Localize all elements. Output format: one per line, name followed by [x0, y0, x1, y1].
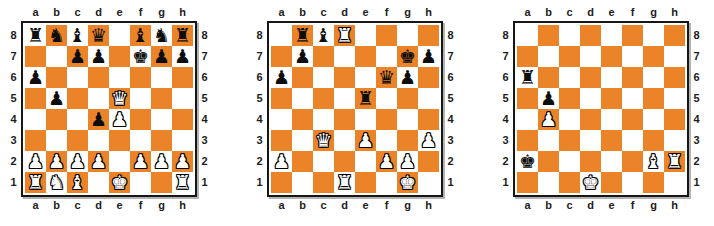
square-d4	[334, 109, 355, 130]
square-a8	[271, 25, 292, 46]
square-f6	[622, 67, 643, 88]
square-d8	[580, 25, 601, 46]
file-labels-top-diagram-3: abcdefgh	[517, 4, 685, 21]
black-pawn-a6: ♟	[273, 67, 290, 88]
file-label-e: e	[355, 200, 376, 211]
rank-labels-left-diagram-1: 87654321	[6, 25, 21, 193]
square-f8: ♝	[130, 25, 151, 46]
white-pawn-f2: ♟	[132, 151, 149, 172]
rank-label-4: 4	[689, 109, 704, 130]
white-queen-e5: ♛	[111, 88, 128, 109]
file-label-f: f	[622, 7, 643, 18]
square-a6: ♜	[517, 67, 538, 88]
square-d5	[88, 88, 109, 109]
file-labels-bottom-diagram-3: abcdefgh	[517, 197, 685, 214]
rank-label-6: 6	[498, 67, 513, 88]
square-c3	[559, 130, 580, 151]
square-g6	[643, 67, 664, 88]
file-label-e: e	[109, 7, 130, 18]
black-queen-d8: ♛	[90, 25, 107, 46]
square-a6: ♟	[25, 67, 46, 88]
white-queen-c3: ♛	[315, 130, 332, 151]
rank-labels-left-diagram-3: 87654321	[498, 25, 513, 193]
rank-label-1: 1	[197, 172, 212, 193]
square-d5	[334, 88, 355, 109]
square-h7: ♟	[172, 46, 193, 67]
square-c5	[559, 88, 580, 109]
rank-label-7: 7	[6, 46, 21, 67]
rank-label-2: 2	[252, 151, 267, 172]
square-d2	[580, 151, 601, 172]
square-c5	[313, 88, 334, 109]
file-label-d: d	[334, 200, 355, 211]
square-f6	[130, 67, 151, 88]
square-h8: ♜	[172, 25, 193, 46]
square-h1	[664, 172, 685, 193]
square-g5	[151, 88, 172, 109]
rank-label-5: 5	[252, 88, 267, 109]
rank-label-7: 7	[197, 46, 212, 67]
square-h8	[418, 25, 439, 46]
square-f8	[376, 25, 397, 46]
square-e6	[355, 67, 376, 88]
square-f3	[376, 130, 397, 151]
square-h6	[172, 67, 193, 88]
square-c2: ♟	[67, 151, 88, 172]
white-king-e1: ♚	[111, 172, 128, 193]
square-c4	[559, 109, 580, 130]
square-a7	[271, 46, 292, 67]
black-pawn-c7: ♟	[69, 46, 86, 67]
square-b3	[292, 130, 313, 151]
black-pawn-a6: ♟	[27, 67, 44, 88]
square-e8	[601, 25, 622, 46]
square-f3	[130, 130, 151, 151]
square-h3: ♟	[418, 130, 439, 151]
white-bishop-c1: ♝	[69, 172, 86, 193]
white-pawn-h2: ♟	[174, 151, 191, 172]
square-e7	[109, 46, 130, 67]
file-label-b: b	[538, 7, 559, 18]
black-bishop-f8: ♝	[132, 25, 149, 46]
file-label-f: f	[130, 200, 151, 211]
file-label-g: g	[643, 7, 664, 18]
square-e5: ♛	[109, 88, 130, 109]
square-b3	[46, 130, 67, 151]
file-label-d: d	[88, 200, 109, 211]
diagram-3: abcdefgh87654321♜♟♟♚♝♜♚87654321abcdefgh	[498, 4, 704, 214]
file-label-a: a	[517, 200, 538, 211]
square-b4: ♟	[538, 109, 559, 130]
square-e5: ♜	[355, 88, 376, 109]
black-king-a2: ♚	[519, 151, 536, 172]
square-h7	[664, 46, 685, 67]
square-a5	[517, 88, 538, 109]
rank-label-2: 2	[197, 151, 212, 172]
square-d1: ♚	[580, 172, 601, 193]
black-king-g7: ♚	[399, 46, 416, 67]
file-label-g: g	[397, 200, 418, 211]
rank-label-6: 6	[689, 67, 704, 88]
square-d3	[88, 130, 109, 151]
rank-label-5: 5	[443, 88, 458, 109]
white-rook-h1: ♜	[174, 172, 191, 193]
square-b1	[538, 172, 559, 193]
square-d3	[334, 130, 355, 151]
rank-label-5: 5	[689, 88, 704, 109]
black-pawn-h7: ♟	[420, 46, 437, 67]
chessboard-diagram-3: ♜♟♟♚♝♜♚	[513, 21, 689, 197]
square-f5	[622, 88, 643, 109]
square-g8: ♞	[151, 25, 172, 46]
white-bishop-g2: ♝	[645, 151, 662, 172]
rank-label-3: 3	[443, 130, 458, 151]
rank-label-8: 8	[6, 25, 21, 46]
white-pawn-e3: ♟	[357, 130, 374, 151]
file-label-c: c	[313, 200, 334, 211]
square-f2: ♟	[130, 151, 151, 172]
file-label-f: f	[376, 7, 397, 18]
rank-label-3: 3	[6, 130, 21, 151]
file-label-c: c	[559, 200, 580, 211]
white-pawn-g2: ♟	[153, 151, 170, 172]
square-f1	[622, 172, 643, 193]
rank-label-8: 8	[443, 25, 458, 46]
square-g4	[643, 109, 664, 130]
file-labels-bottom-diagram-1: abcdefgh	[25, 197, 193, 214]
file-label-g: g	[151, 200, 172, 211]
square-a2: ♟	[25, 151, 46, 172]
square-c7	[313, 46, 334, 67]
black-queen-f6: ♛	[378, 67, 395, 88]
rank-label-1: 1	[6, 172, 21, 193]
rank-label-4: 4	[6, 109, 21, 130]
square-e4	[601, 109, 622, 130]
square-h8	[664, 25, 685, 46]
square-b2: ♟	[46, 151, 67, 172]
square-f7	[622, 46, 643, 67]
square-g1: ♚	[397, 172, 418, 193]
black-king-f7: ♚	[132, 46, 149, 67]
square-b1	[292, 172, 313, 193]
rank-label-5: 5	[6, 88, 21, 109]
black-rook-a8: ♜	[27, 25, 44, 46]
square-h4	[172, 109, 193, 130]
black-knight-g8: ♞	[153, 25, 170, 46]
square-d6	[88, 67, 109, 88]
square-f4	[130, 109, 151, 130]
square-a7	[517, 46, 538, 67]
white-pawn-d2: ♟	[90, 151, 107, 172]
black-bishop-c8: ♝	[69, 25, 86, 46]
square-e3: ♟	[355, 130, 376, 151]
white-rook-h2: ♜	[666, 151, 683, 172]
square-c4	[67, 109, 88, 130]
square-e2	[109, 151, 130, 172]
square-a6: ♟	[271, 67, 292, 88]
square-g7	[643, 46, 664, 67]
square-f6: ♛	[376, 67, 397, 88]
black-rook-h8: ♜	[174, 25, 191, 46]
square-a2: ♚	[517, 151, 538, 172]
square-h4	[664, 109, 685, 130]
file-label-f: f	[622, 200, 643, 211]
rank-label-4: 4	[252, 109, 267, 130]
rank-label-6: 6	[197, 67, 212, 88]
square-g8	[643, 25, 664, 46]
square-d2: ♟	[88, 151, 109, 172]
rank-label-1: 1	[498, 172, 513, 193]
file-label-a: a	[271, 7, 292, 18]
black-rook-b8: ♜	[294, 25, 311, 46]
rank-label-7: 7	[498, 46, 513, 67]
black-pawn-h7: ♟	[174, 46, 191, 67]
square-g2: ♟	[397, 151, 418, 172]
square-g5	[397, 88, 418, 109]
rank-label-8: 8	[498, 25, 513, 46]
square-h6	[664, 67, 685, 88]
square-b3	[538, 130, 559, 151]
white-rook-a1: ♜	[27, 172, 44, 193]
square-c8: ♝	[67, 25, 88, 46]
file-label-e: e	[601, 7, 622, 18]
rank-label-6: 6	[443, 67, 458, 88]
square-h6	[418, 67, 439, 88]
square-d4	[580, 109, 601, 130]
rank-label-1: 1	[252, 172, 267, 193]
square-a3	[517, 130, 538, 151]
square-e1	[355, 172, 376, 193]
square-f5	[130, 88, 151, 109]
square-e4: ♟	[109, 109, 130, 130]
square-d6	[334, 67, 355, 88]
white-pawn-a2: ♟	[273, 151, 290, 172]
rank-label-3: 3	[197, 130, 212, 151]
rank-label-4: 4	[197, 109, 212, 130]
square-h3	[664, 130, 685, 151]
black-pawn-b5: ♟	[540, 88, 557, 109]
square-h7: ♟	[418, 46, 439, 67]
file-labels-top-diagram-1: abcdefgh	[25, 4, 193, 21]
file-labels-top-diagram-2: abcdefgh	[271, 4, 439, 21]
square-d2	[334, 151, 355, 172]
white-pawn-b2: ♟	[48, 151, 65, 172]
white-king-g1: ♚	[399, 172, 416, 193]
square-g3	[151, 130, 172, 151]
rank-label-3: 3	[689, 130, 704, 151]
file-label-c: c	[67, 200, 88, 211]
file-label-c: c	[67, 7, 88, 18]
square-f7	[376, 46, 397, 67]
square-f1	[130, 172, 151, 193]
rank-label-2: 2	[498, 151, 513, 172]
square-d7	[334, 46, 355, 67]
rank-label-8: 8	[689, 25, 704, 46]
square-c4	[313, 109, 334, 130]
square-c5	[67, 88, 88, 109]
rank-label-6: 6	[6, 67, 21, 88]
square-g5	[643, 88, 664, 109]
rank-label-7: 7	[252, 46, 267, 67]
rank-labels-left-diagram-2: 87654321	[252, 25, 267, 193]
square-e2	[601, 151, 622, 172]
black-pawn-b7: ♟	[294, 46, 311, 67]
square-h5	[172, 88, 193, 109]
square-b7: ♟	[292, 46, 313, 67]
square-b5: ♟	[538, 88, 559, 109]
file-labels-bottom-diagram-2: abcdefgh	[271, 197, 439, 214]
square-a1	[517, 172, 538, 193]
black-rook-a6: ♜	[519, 67, 536, 88]
square-c6	[313, 67, 334, 88]
file-label-a: a	[25, 200, 46, 211]
square-f4	[376, 109, 397, 130]
square-b8: ♜	[292, 25, 313, 46]
file-label-h: h	[418, 200, 439, 211]
square-d7	[580, 46, 601, 67]
square-e6	[601, 67, 622, 88]
white-pawn-f2: ♟	[378, 151, 395, 172]
square-f1	[376, 172, 397, 193]
square-g2: ♟	[151, 151, 172, 172]
square-b8	[538, 25, 559, 46]
rank-label-8: 8	[197, 25, 212, 46]
square-f4	[622, 109, 643, 130]
rank-label-5: 5	[498, 88, 513, 109]
file-label-c: c	[559, 7, 580, 18]
square-f2	[622, 151, 643, 172]
square-h3	[172, 130, 193, 151]
file-label-e: e	[355, 7, 376, 18]
square-c1: ♝	[67, 172, 88, 193]
white-king-d1: ♚	[582, 172, 599, 193]
rank-label-3: 3	[498, 130, 513, 151]
square-h2: ♟	[172, 151, 193, 172]
file-label-d: d	[580, 200, 601, 211]
rank-label-4: 4	[498, 109, 513, 130]
square-c8: ♝	[313, 25, 334, 46]
square-b7	[538, 46, 559, 67]
square-d7: ♟	[88, 46, 109, 67]
file-label-e: e	[601, 200, 622, 211]
square-b6	[292, 67, 313, 88]
square-d5	[580, 88, 601, 109]
square-c1	[559, 172, 580, 193]
square-b6	[538, 67, 559, 88]
square-g6	[151, 67, 172, 88]
square-h1	[418, 172, 439, 193]
square-h1: ♜	[172, 172, 193, 193]
square-g3	[397, 130, 418, 151]
square-c7: ♟	[67, 46, 88, 67]
square-a5	[25, 88, 46, 109]
square-c2	[313, 151, 334, 172]
file-label-g: g	[643, 200, 664, 211]
square-h4	[418, 109, 439, 130]
rank-labels-right-diagram-1: 87654321	[197, 25, 212, 193]
rank-labels-right-diagram-3: 87654321	[689, 25, 704, 193]
black-pawn-b5: ♟	[48, 88, 65, 109]
square-e5	[601, 88, 622, 109]
file-label-b: b	[46, 7, 67, 18]
square-a8: ♜	[25, 25, 46, 46]
square-e1	[601, 172, 622, 193]
square-f7: ♚	[130, 46, 151, 67]
white-pawn-h3: ♟	[420, 130, 437, 151]
file-label-b: b	[292, 7, 313, 18]
square-d3	[580, 130, 601, 151]
square-f5	[376, 88, 397, 109]
file-label-b: b	[46, 200, 67, 211]
square-b4	[292, 109, 313, 130]
square-h5	[418, 88, 439, 109]
chessboard-diagram-1: ♜♞♝♛♝♞♜♟♟♚♟♟♟♟♛♟♟♟♟♟♟♟♟♟♜♞♝♚♜	[21, 21, 197, 197]
square-a2: ♟	[271, 151, 292, 172]
file-label-h: h	[664, 7, 685, 18]
white-pawn-c2: ♟	[69, 151, 86, 172]
black-rook-e5: ♜	[357, 88, 374, 109]
rank-label-8: 8	[252, 25, 267, 46]
rank-label-5: 5	[197, 88, 212, 109]
white-pawn-e4: ♟	[111, 109, 128, 130]
rank-label-1: 1	[689, 172, 704, 193]
square-f3	[622, 130, 643, 151]
square-e6	[109, 67, 130, 88]
file-label-b: b	[292, 200, 313, 211]
file-label-a: a	[25, 7, 46, 18]
square-c6	[67, 67, 88, 88]
square-b2	[538, 151, 559, 172]
square-a1	[271, 172, 292, 193]
black-knight-b8: ♞	[48, 25, 65, 46]
square-b2	[292, 151, 313, 172]
file-label-e: e	[109, 200, 130, 211]
square-c7	[559, 46, 580, 67]
black-pawn-g6: ♟	[399, 67, 416, 88]
file-label-d: d	[88, 7, 109, 18]
file-label-g: g	[151, 7, 172, 18]
square-c8	[559, 25, 580, 46]
file-label-b: b	[538, 200, 559, 211]
diagram-1: abcdefgh87654321♜♞♝♛♝♞♜♟♟♚♟♟♟♟♛♟♟♟♟♟♟♟♟♟…	[6, 4, 212, 214]
white-knight-b1: ♞	[48, 172, 65, 193]
square-e8	[355, 25, 376, 46]
square-g7: ♚	[397, 46, 418, 67]
diagram-2: abcdefgh87654321♜♝♜♟♚♟♟♛♟♜♛♟♟♟♟♟♜♚876543…	[252, 4, 458, 214]
square-a1: ♜	[25, 172, 46, 193]
white-pawn-g2: ♟	[399, 151, 416, 172]
square-h2: ♜	[664, 151, 685, 172]
square-e1: ♚	[109, 172, 130, 193]
square-g1	[151, 172, 172, 193]
square-g7: ♟	[151, 46, 172, 67]
square-a4	[25, 109, 46, 130]
black-pawn-g7: ♟	[153, 46, 170, 67]
square-d8: ♜	[334, 25, 355, 46]
chessboard-diagram-2: ♜♝♜♟♚♟♟♛♟♜♛♟♟♟♟♟♜♚	[267, 21, 443, 197]
square-c3	[67, 130, 88, 151]
rank-label-4: 4	[443, 109, 458, 130]
square-g4	[151, 109, 172, 130]
file-label-c: c	[313, 7, 334, 18]
file-label-g: g	[397, 7, 418, 18]
diagrams-row: abcdefgh87654321♜♞♝♛♝♞♜♟♟♚♟♟♟♟♛♟♟♟♟♟♟♟♟♟…	[0, 0, 714, 214]
rank-label-6: 6	[252, 67, 267, 88]
square-c3: ♛	[313, 130, 334, 151]
square-c2	[559, 151, 580, 172]
square-g2: ♝	[643, 151, 664, 172]
black-bishop-c8: ♝	[315, 25, 332, 46]
